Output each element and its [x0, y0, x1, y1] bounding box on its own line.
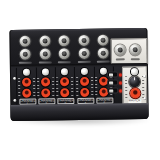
- jack-label: [78, 60, 91, 62]
- scale-ticks: [142, 76, 144, 98]
- output-jack-left: [115, 44, 126, 55]
- input-jack: [78, 35, 89, 46]
- screw: [143, 75, 146, 78]
- scale-ticks: [71, 77, 73, 98]
- switch-column: [107, 66, 123, 103]
- channel-level-knob: [22, 89, 31, 98]
- channel-pan-knob: [42, 68, 49, 75]
- front-edge: [10, 103, 148, 121]
- channel-level-knob: [80, 88, 89, 97]
- jack-column-1: [15, 30, 34, 65]
- channel-aux-knob: [22, 78, 31, 87]
- jack-label: [97, 60, 110, 62]
- input-jack: [97, 35, 108, 46]
- screw: [143, 97, 146, 100]
- output-jack-label: [116, 58, 125, 60]
- scale-ticks: [95, 77, 97, 98]
- mixer-body: CHANNEL 1 CHANNEL 2 CHANNEL 3: [9, 28, 148, 121]
- master-balance-knob: [129, 76, 140, 87]
- channel-aux-knob: [60, 77, 69, 86]
- input-jack: [59, 48, 70, 59]
- channel-level-knob: [60, 88, 69, 97]
- output-jack-panel: [111, 38, 148, 65]
- input-jack: [20, 49, 31, 60]
- channel-aux-knob: [41, 77, 50, 86]
- slide-switch: [108, 88, 117, 92]
- input-jack: [58, 35, 69, 46]
- jack-label: [58, 61, 71, 63]
- scale-ticks: [18, 78, 20, 99]
- jack-column-4: [74, 29, 93, 64]
- input-jack: [39, 35, 50, 46]
- channel-strip-2: CHANNEL 2: [36, 67, 57, 104]
- jack-column-2: [35, 29, 54, 64]
- channel-level-knob: [41, 88, 50, 97]
- input-jack: [19, 36, 30, 47]
- slide-switch: [108, 72, 117, 76]
- channel-strip-1: CHANNEL 1: [16, 68, 38, 105]
- channel-pan-knob: [61, 68, 68, 75]
- input-jack: [79, 48, 90, 59]
- input-jack: [98, 48, 109, 59]
- channel-strip-3: CHANNEL 3: [55, 67, 76, 104]
- scale-ticks: [91, 77, 93, 98]
- scale-ticks: [125, 76, 127, 98]
- jack-label: [39, 61, 52, 63]
- input-jack-panel: [10, 28, 146, 65]
- channel-pan-knob: [81, 68, 88, 75]
- control-panel: CHANNEL 1 CHANNEL 2 CHANNEL 3: [11, 66, 148, 105]
- scale-ticks: [37, 78, 39, 99]
- channel-strip-4: CHANNEL 4: [75, 67, 96, 104]
- output-jack-label: [131, 58, 140, 60]
- jack-label: [19, 61, 32, 63]
- master-level-knob: [130, 88, 140, 98]
- product-photo: CHANNEL 1 CHANNEL 2 CHANNEL 3: [0, 0, 160, 160]
- scale-ticks: [56, 77, 58, 98]
- channel-aux-knob: [80, 77, 89, 86]
- jack-column-3: [54, 29, 73, 64]
- screw: [13, 77, 16, 80]
- input-jack: [40, 48, 51, 59]
- channel-pan-knob: [23, 69, 30, 76]
- slide-switch: [108, 80, 117, 84]
- scale-ticks: [33, 78, 35, 99]
- output-jack-right: [130, 44, 141, 55]
- scale-ticks: [76, 77, 78, 98]
- scale-ticks: [52, 77, 54, 98]
- screw: [13, 99, 16, 102]
- master-monitor-knob: [131, 68, 138, 75]
